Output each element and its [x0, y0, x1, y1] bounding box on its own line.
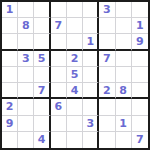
- cell-r8c7[interactable]: [99, 116, 115, 132]
- clue-digit: 1: [119, 118, 127, 129]
- cell-r6c5[interactable]: 4: [67, 83, 83, 99]
- sudoku-board: 13871193527574282693147: [0, 0, 150, 150]
- cell-r4c5[interactable]: 2: [67, 51, 83, 67]
- clue-digit: 9: [136, 36, 144, 47]
- cell-r8c1[interactable]: 9: [2, 116, 18, 132]
- cell-r2c1[interactable]: [2, 18, 18, 34]
- clue-digit: 3: [86, 118, 94, 129]
- cell-r7c6[interactable]: [83, 99, 99, 115]
- cell-r4c6[interactable]: [83, 51, 99, 67]
- cell-r8c2[interactable]: [18, 116, 34, 132]
- clue-digit: 5: [71, 69, 79, 80]
- cell-r7c8[interactable]: [116, 99, 132, 115]
- cell-r9c9[interactable]: 7: [132, 132, 148, 148]
- cell-r7c5[interactable]: [67, 99, 83, 115]
- clue-digit: 3: [22, 53, 30, 64]
- cell-r4c8[interactable]: [116, 51, 132, 67]
- cell-r6c8[interactable]: 8: [116, 83, 132, 99]
- cell-r7c7[interactable]: [99, 99, 115, 115]
- cell-r6c2[interactable]: [18, 83, 34, 99]
- cell-r8c9[interactable]: [132, 116, 148, 132]
- clue-digit: 2: [103, 85, 111, 96]
- cell-r1c3[interactable]: [34, 2, 50, 18]
- cell-r5c6[interactable]: [83, 67, 99, 83]
- cell-r2c5[interactable]: [67, 18, 83, 34]
- cell-r9c2[interactable]: [18, 132, 34, 148]
- cell-r2c7[interactable]: [99, 18, 115, 34]
- cell-r3c7[interactable]: [99, 34, 115, 50]
- cell-r3c9[interactable]: 9: [132, 34, 148, 50]
- clue-digit: 7: [38, 85, 46, 96]
- clue-digit: 1: [86, 36, 94, 47]
- cell-r3c3[interactable]: [34, 34, 50, 50]
- cell-r5c5[interactable]: 5: [67, 67, 83, 83]
- clue-digit: 2: [71, 53, 79, 64]
- cell-r3c4[interactable]: [51, 34, 67, 50]
- cell-r4c7[interactable]: 7: [99, 51, 115, 67]
- cell-r5c7[interactable]: [99, 67, 115, 83]
- cell-r3c5[interactable]: [67, 34, 83, 50]
- cell-r4c3[interactable]: 5: [34, 51, 50, 67]
- cell-r9c6[interactable]: [83, 132, 99, 148]
- clue-digit: 8: [22, 20, 30, 31]
- clue-digit: 3: [103, 4, 111, 15]
- clue-digit: 4: [38, 134, 46, 145]
- cell-r8c6[interactable]: 3: [83, 116, 99, 132]
- cell-r3c6[interactable]: 1: [83, 34, 99, 50]
- cell-r5c3[interactable]: [34, 67, 50, 83]
- cell-r5c2[interactable]: [18, 67, 34, 83]
- cell-r3c1[interactable]: [2, 34, 18, 50]
- cell-r8c4[interactable]: [51, 116, 67, 132]
- cell-r9c1[interactable]: [2, 132, 18, 148]
- cell-r7c2[interactable]: [18, 99, 34, 115]
- clue-digit: 4: [71, 85, 79, 96]
- cell-r5c8[interactable]: [116, 67, 132, 83]
- clue-digit: 7: [136, 134, 144, 145]
- clue-digit: 2: [6, 101, 14, 112]
- cell-r9c5[interactable]: [67, 132, 83, 148]
- cell-r9c4[interactable]: [51, 132, 67, 148]
- cell-r1c6[interactable]: [83, 2, 99, 18]
- cell-r7c9[interactable]: [132, 99, 148, 115]
- clue-digit: 5: [38, 53, 46, 64]
- cell-r4c4[interactable]: [51, 51, 67, 67]
- cell-r6c4[interactable]: [51, 83, 67, 99]
- cell-r2c3[interactable]: [34, 18, 50, 34]
- cell-r3c2[interactable]: [18, 34, 34, 50]
- cell-r3c8[interactable]: [116, 34, 132, 50]
- cell-r6c7[interactable]: 2: [99, 83, 115, 99]
- cell-r2c4[interactable]: 7: [51, 18, 67, 34]
- cell-r6c3[interactable]: 7: [34, 83, 50, 99]
- cell-r2c8[interactable]: [116, 18, 132, 34]
- cell-r7c1[interactable]: 2: [2, 99, 18, 115]
- cell-r1c5[interactable]: [67, 2, 83, 18]
- cell-r1c9[interactable]: [132, 2, 148, 18]
- cell-r4c1[interactable]: [2, 51, 18, 67]
- cell-r1c1[interactable]: 1: [2, 2, 18, 18]
- clue-digit: 7: [54, 20, 62, 31]
- cell-r5c1[interactable]: [2, 67, 18, 83]
- cell-r8c8[interactable]: 1: [116, 116, 132, 132]
- cell-r2c6[interactable]: [83, 18, 99, 34]
- cell-r2c2[interactable]: 8: [18, 18, 34, 34]
- cell-r1c2[interactable]: [18, 2, 34, 18]
- cell-r2c9[interactable]: 1: [132, 18, 148, 34]
- cell-r5c4[interactable]: [51, 67, 67, 83]
- cell-r6c6[interactable]: [83, 83, 99, 99]
- cell-r4c2[interactable]: 3: [18, 51, 34, 67]
- cell-r9c3[interactable]: 4: [34, 132, 50, 148]
- cell-r1c8[interactable]: [116, 2, 132, 18]
- cell-r7c4[interactable]: 6: [51, 99, 67, 115]
- cell-r9c8[interactable]: [116, 132, 132, 148]
- cell-r4c9[interactable]: [132, 51, 148, 67]
- clue-digit: 9: [6, 118, 14, 129]
- cell-r9c7[interactable]: [99, 132, 115, 148]
- clue-digit: 8: [119, 85, 127, 96]
- clue-digit: 1: [6, 4, 14, 15]
- cell-r6c9[interactable]: [132, 83, 148, 99]
- cell-r8c3[interactable]: [34, 116, 50, 132]
- cell-r1c4[interactable]: [51, 2, 67, 18]
- cell-r5c9[interactable]: [132, 67, 148, 83]
- cell-r8c5[interactable]: [67, 116, 83, 132]
- cell-r6c1[interactable]: [2, 83, 18, 99]
- clue-digit: 7: [103, 53, 111, 64]
- cell-r7c3[interactable]: [34, 99, 50, 115]
- cell-r1c7[interactable]: 3: [99, 2, 115, 18]
- clue-digit: 6: [54, 101, 62, 112]
- clue-digit: 1: [136, 20, 144, 31]
